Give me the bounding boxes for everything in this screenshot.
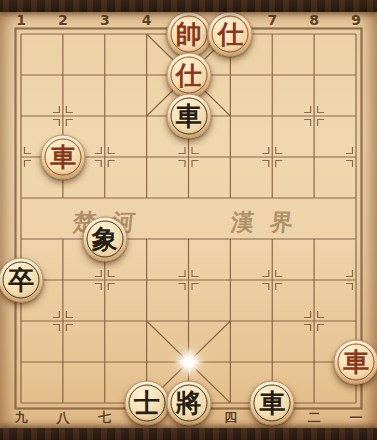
piece-glyph: 將 <box>176 389 202 415</box>
file-label-top-9: 9 <box>351 12 361 28</box>
file-label-bottom-3: 七 <box>98 409 111 427</box>
piece-glyph: 仕 <box>176 61 202 87</box>
piece-glyph: 車 <box>343 348 369 374</box>
red-piece-車[interactable]: 車 <box>334 340 377 385</box>
file-label-top-3: 3 <box>100 12 110 28</box>
piece-glyph: 車 <box>50 143 76 169</box>
river-text-right: 漢界 <box>213 207 310 238</box>
piece-glyph: 卒 <box>8 266 34 292</box>
file-label-top-4: 4 <box>142 12 152 28</box>
piece-glyph: 象 <box>92 225 118 251</box>
piece-glyph: 士 <box>134 389 160 415</box>
file-label-top-1: 1 <box>16 12 26 28</box>
red-piece-仕[interactable]: 仕 <box>166 53 211 98</box>
black-piece-車[interactable]: 車 <box>250 381 295 426</box>
piece-glyph: 帥 <box>176 20 202 46</box>
file-label-top-2: 2 <box>58 12 68 28</box>
table-edge-top <box>0 0 377 12</box>
file-label-bottom-1: 九 <box>15 409 28 427</box>
black-piece-車[interactable]: 車 <box>166 94 211 139</box>
red-piece-車[interactable]: 車 <box>40 135 85 180</box>
red-piece-仕[interactable]: 仕 <box>208 12 253 57</box>
file-label-top-7: 7 <box>267 12 277 28</box>
file-label-bottom-8: 二 <box>308 409 321 427</box>
black-piece-象[interactable]: 象 <box>82 217 127 262</box>
piece-glyph: 仕 <box>217 20 243 46</box>
black-piece-士[interactable]: 士 <box>124 381 169 426</box>
xiangqi-board-screen: 123456789 九八七六五四三二一 楚河 漢界 帥仕仕車車象卒車士將車 <box>0 0 377 440</box>
file-label-bottom-6: 四 <box>224 409 237 427</box>
red-piece-帥[interactable]: 帥 <box>166 12 211 57</box>
file-label-top-8: 8 <box>309 12 319 28</box>
file-label-bottom-9: 一 <box>350 409 363 427</box>
piece-glyph: 車 <box>259 389 285 415</box>
table-edge-bottom <box>0 428 377 440</box>
file-label-bottom-2: 八 <box>56 409 69 427</box>
black-piece-將[interactable]: 將 <box>166 381 211 426</box>
piece-glyph: 車 <box>176 102 202 128</box>
black-piece-卒[interactable]: 卒 <box>0 258 44 303</box>
